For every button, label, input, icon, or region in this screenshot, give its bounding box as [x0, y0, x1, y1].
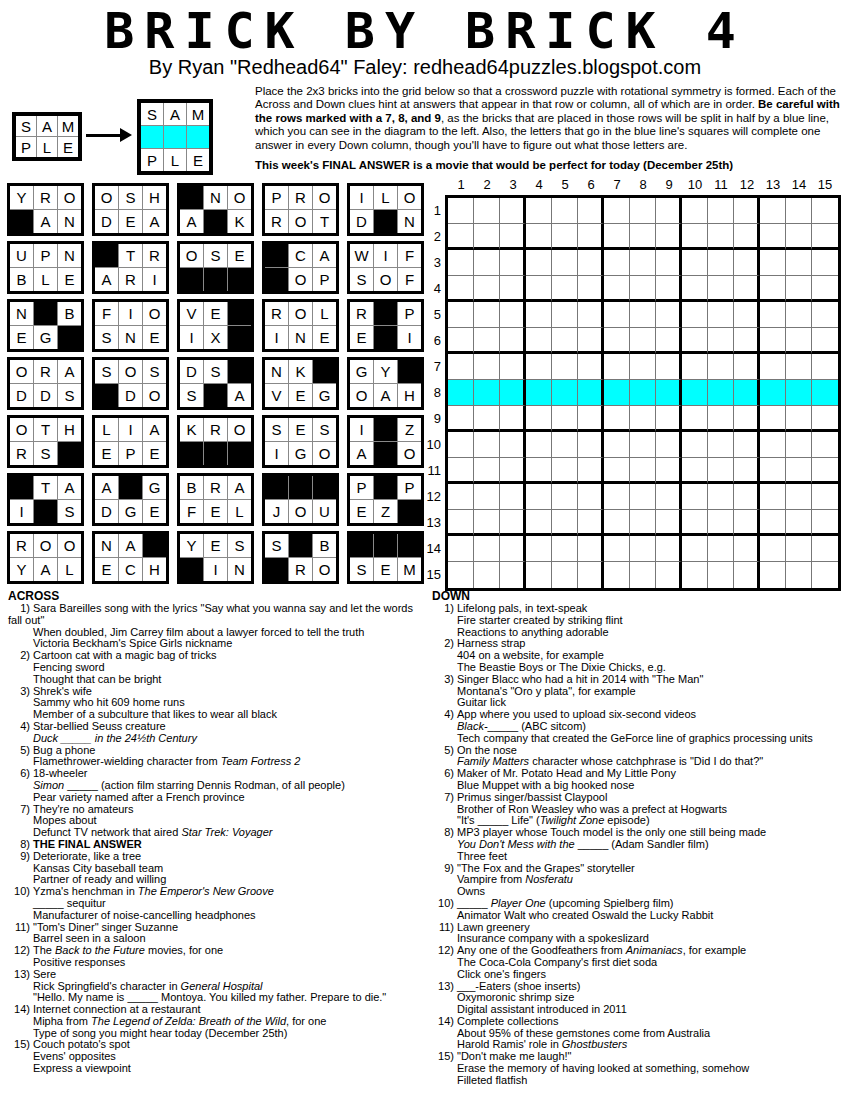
- clue-text: They're no amateurs: [33, 803, 134, 815]
- grid-cell[interactable]: [578, 432, 604, 458]
- grid-cell[interactable]: [578, 458, 604, 484]
- grid-cell[interactable]: [500, 328, 526, 354]
- brick[interactable]: RPEI: [347, 299, 424, 352]
- grid-cell[interactable]: [526, 458, 552, 484]
- clue-line: 9)Deteriorate, like a tree: [8, 851, 428, 863]
- grid-cell[interactable]: [630, 484, 656, 510]
- grid-cell[interactable]: [682, 536, 708, 562]
- grid-cell[interactable]: [552, 484, 578, 510]
- grid-cell[interactable]: [630, 432, 656, 458]
- grid-cell[interactable]: [552, 276, 578, 302]
- grid-cell[interactable]: [760, 458, 786, 484]
- grid-cell[interactable]: [552, 198, 578, 224]
- brick[interactable]: YESIN: [177, 531, 254, 584]
- grid-cell[interactable]: [708, 198, 734, 224]
- grid-cell[interactable]: [448, 432, 474, 458]
- brick-cell: I: [350, 186, 373, 209]
- clue-line: The Coca-Cola Company's first diet soda: [432, 957, 846, 969]
- grid-cell[interactable]: [552, 406, 578, 432]
- grid-cell[interactable]: [708, 406, 734, 432]
- grid-cell[interactable]: [552, 536, 578, 562]
- grid-cell[interactable]: [760, 484, 786, 510]
- grid-cell[interactable]: [474, 276, 500, 302]
- grid-cell[interactable]: [552, 380, 578, 406]
- grid-cell[interactable]: [526, 224, 552, 250]
- grid-cell[interactable]: [448, 302, 474, 328]
- brick-cell: [180, 442, 203, 465]
- grid-cell[interactable]: [656, 224, 682, 250]
- brick[interactable]: TAIS: [7, 473, 84, 526]
- grid-cell[interactable]: [760, 276, 786, 302]
- grid-cell[interactable]: [708, 250, 734, 276]
- grid-cell[interactable]: [656, 406, 682, 432]
- grid-cell[interactable]: [448, 406, 474, 432]
- grid-cell[interactable]: [786, 432, 812, 458]
- grid-cell[interactable]: [786, 302, 812, 328]
- grid-cell[interactable]: [656, 484, 682, 510]
- brick-cell: O: [289, 268, 312, 291]
- grid-column-label: 4: [526, 177, 552, 192]
- grid-cell[interactable]: [630, 406, 656, 432]
- grid-cell[interactable]: [526, 406, 552, 432]
- grid-cell[interactable]: [526, 562, 552, 588]
- grid-cell[interactable]: [500, 536, 526, 562]
- brick[interactable]: VEIX: [177, 299, 254, 352]
- grid-cell[interactable]: [812, 354, 838, 380]
- grid-cell[interactable]: [760, 536, 786, 562]
- grid-cell[interactable]: [500, 484, 526, 510]
- grid-cell[interactable]: [708, 302, 734, 328]
- grid-cell[interactable]: [812, 198, 838, 224]
- grid-cell[interactable]: [812, 380, 838, 406]
- grid-cell[interactable]: [578, 536, 604, 562]
- grid-cell[interactable]: [656, 250, 682, 276]
- grid-cell[interactable]: [682, 432, 708, 458]
- grid-cell[interactable]: [552, 302, 578, 328]
- clue-number: 6): [432, 768, 454, 780]
- grid-cell[interactable]: [604, 354, 630, 380]
- grid-cell[interactable]: [734, 328, 760, 354]
- grid-cell[interactable]: [630, 354, 656, 380]
- grid-cell[interactable]: [604, 484, 630, 510]
- grid-row-label: 5: [415, 302, 441, 328]
- grid-cell[interactable]: [682, 484, 708, 510]
- grid-cell[interactable]: [500, 458, 526, 484]
- grid-cell[interactable]: [604, 302, 630, 328]
- grid-cell[interactable]: [474, 328, 500, 354]
- grid-row-label: 3: [415, 250, 441, 276]
- grid-cell[interactable]: [604, 406, 630, 432]
- grid-cell[interactable]: [474, 250, 500, 276]
- grid-cell[interactable]: [526, 432, 552, 458]
- brick[interactable]: OTHRS: [7, 415, 84, 468]
- grid-cell[interactable]: [682, 510, 708, 536]
- grid-cell[interactable]: [734, 458, 760, 484]
- grid-cell[interactable]: [682, 250, 708, 276]
- grid-cell[interactable]: [552, 328, 578, 354]
- grid-cell[interactable]: [812, 562, 838, 588]
- grid-cell[interactable]: [552, 458, 578, 484]
- clue-number: 2): [432, 638, 454, 650]
- brick[interactable]: NAECH: [92, 531, 169, 584]
- grid-cell[interactable]: [708, 354, 734, 380]
- grid-cell[interactable]: [630, 328, 656, 354]
- grid-cell[interactable]: [656, 354, 682, 380]
- grid-cell[interactable]: [734, 510, 760, 536]
- grid-cell[interactable]: [526, 484, 552, 510]
- grid-cell[interactable]: [604, 536, 630, 562]
- clue-number: 5): [8, 745, 30, 757]
- grid-cell[interactable]: [474, 458, 500, 484]
- brick[interactable]: ROLINE: [262, 299, 339, 352]
- grid-cell[interactable]: [500, 354, 526, 380]
- grid-cell[interactable]: [786, 250, 812, 276]
- grid-cell[interactable]: [760, 432, 786, 458]
- grid-cell[interactable]: [448, 484, 474, 510]
- grid-cell[interactable]: [500, 562, 526, 588]
- grid-cell[interactable]: [474, 354, 500, 380]
- grid-cell[interactable]: [734, 302, 760, 328]
- grid-cell[interactable]: [500, 224, 526, 250]
- grid-cell[interactable]: [708, 432, 734, 458]
- grid-cell[interactable]: [786, 484, 812, 510]
- grid-cell[interactable]: [734, 536, 760, 562]
- grid-cell[interactable]: [578, 354, 604, 380]
- brick-cell: E: [119, 210, 142, 233]
- brick[interactable]: TRARI: [92, 241, 169, 294]
- grid-cell[interactable]: [656, 328, 682, 354]
- grid-cell[interactable]: [604, 458, 630, 484]
- grid-cell[interactable]: [682, 198, 708, 224]
- grid-cell[interactable]: [578, 224, 604, 250]
- grid-cell[interactable]: [630, 458, 656, 484]
- grid-cell[interactable]: [604, 250, 630, 276]
- grid-cell[interactable]: [708, 536, 734, 562]
- brick[interactable]: ILODN: [347, 183, 424, 236]
- grid-cell[interactable]: [474, 432, 500, 458]
- grid-cell[interactable]: [474, 380, 500, 406]
- grid-cell[interactable]: [552, 432, 578, 458]
- brick[interactable]: SEM: [347, 531, 424, 584]
- brick-cell: N: [289, 326, 312, 349]
- brick[interactable]: OSHDEA: [92, 183, 169, 236]
- grid-cell[interactable]: [448, 562, 474, 588]
- brick[interactable]: JOU: [262, 473, 339, 526]
- grid-cell[interactable]: [786, 328, 812, 354]
- grid-cell[interactable]: [526, 354, 552, 380]
- grid-cell[interactable]: [812, 302, 838, 328]
- grid-cell[interactable]: [734, 562, 760, 588]
- clue-text: Cartoon cat with a magic bag of tricks: [33, 649, 216, 661]
- grid-cell[interactable]: [708, 484, 734, 510]
- grid-cell[interactable]: [786, 380, 812, 406]
- grid-cell[interactable]: [786, 224, 812, 250]
- brick-cell: S: [34, 442, 57, 465]
- grid-cell[interactable]: [630, 302, 656, 328]
- grid-cell[interactable]: [448, 276, 474, 302]
- brick-cell: D: [350, 210, 373, 233]
- grid-cell[interactable]: [578, 406, 604, 432]
- grid-cell[interactable]: [656, 276, 682, 302]
- grid-cell[interactable]: [760, 198, 786, 224]
- grid-cell[interactable]: [552, 354, 578, 380]
- brick-cell: A: [58, 476, 81, 499]
- grid-row-label: 11: [415, 458, 441, 484]
- grid-cell[interactable]: [708, 458, 734, 484]
- grid-cell[interactable]: [812, 536, 838, 562]
- grid-cell[interactable]: [500, 276, 526, 302]
- grid-cell[interactable]: [526, 198, 552, 224]
- grid-cell[interactable]: [578, 562, 604, 588]
- grid-cell[interactable]: [448, 380, 474, 406]
- grid-cell[interactable]: [604, 328, 630, 354]
- grid-cell[interactable]: [630, 198, 656, 224]
- grid-cell[interactable]: [760, 302, 786, 328]
- brick-cell: D: [95, 500, 118, 523]
- grid-cell[interactable]: [630, 250, 656, 276]
- grid-cell[interactable]: [604, 562, 630, 588]
- grid-cell[interactable]: [656, 432, 682, 458]
- brick[interactable]: PROROT: [262, 183, 339, 236]
- grid-column-label: 8: [630, 177, 656, 192]
- grid-cell[interactable]: [578, 250, 604, 276]
- grid-cell[interactable]: [448, 328, 474, 354]
- grid-cell[interactable]: [500, 302, 526, 328]
- grid-cell[interactable]: [760, 250, 786, 276]
- grid-cell[interactable]: [708, 276, 734, 302]
- brick[interactable]: OSE: [177, 241, 254, 294]
- byline: By Ryan "Redhead64" Faley: redhead64puzz…: [0, 56, 850, 79]
- grid-cell[interactable]: [500, 406, 526, 432]
- grid-cell[interactable]: [812, 458, 838, 484]
- brick[interactable]: FIOSNE: [92, 299, 169, 352]
- brick[interactable]: KRO: [177, 415, 254, 468]
- grid-cell[interactable]: [812, 276, 838, 302]
- brick-cell: S: [350, 268, 373, 291]
- grid-cell[interactable]: [734, 406, 760, 432]
- grid-cell[interactable]: [656, 510, 682, 536]
- grid-cell[interactable]: [630, 562, 656, 588]
- grid-cell[interactable]: [526, 380, 552, 406]
- brick-cell: F: [95, 302, 118, 325]
- grid-cell[interactable]: [656, 562, 682, 588]
- grid-cell[interactable]: [708, 328, 734, 354]
- grid-cell[interactable]: [812, 328, 838, 354]
- grid-cell[interactable]: [682, 302, 708, 328]
- grid-cell[interactable]: [786, 406, 812, 432]
- grid-cell[interactable]: [448, 198, 474, 224]
- grid-cell[interactable]: [812, 224, 838, 250]
- grid-cell[interactable]: [734, 432, 760, 458]
- grid-cell[interactable]: [786, 458, 812, 484]
- grid-cell[interactable]: [604, 380, 630, 406]
- brick[interactable]: UPNBLE: [7, 241, 84, 294]
- grid-cell[interactable]: [630, 380, 656, 406]
- grid-cell[interactable]: [786, 510, 812, 536]
- grid-cell[interactable]: [526, 536, 552, 562]
- grid-cell[interactable]: [812, 250, 838, 276]
- grid-cell[interactable]: [448, 354, 474, 380]
- grid-cell[interactable]: [474, 536, 500, 562]
- grid-cell[interactable]: [578, 380, 604, 406]
- grid-cell[interactable]: [552, 562, 578, 588]
- brick[interactable]: AGDGE: [92, 473, 169, 526]
- brick[interactable]: SOSDO: [92, 357, 169, 410]
- grid-cell[interactable]: [682, 224, 708, 250]
- grid-cell[interactable]: [786, 354, 812, 380]
- grid-cell[interactable]: [578, 328, 604, 354]
- grid-cell[interactable]: [604, 224, 630, 250]
- grid-cell[interactable]: [760, 328, 786, 354]
- brick[interactable]: PPEZ: [347, 473, 424, 526]
- grid-cell[interactable]: [474, 198, 500, 224]
- grid-cell[interactable]: [812, 406, 838, 432]
- brick[interactable]: SBRO: [262, 531, 339, 584]
- grid-column-label: 10: [682, 177, 708, 192]
- grid-cell[interactable]: [604, 432, 630, 458]
- grid-cell[interactable]: [500, 510, 526, 536]
- grid-cell[interactable]: [526, 510, 552, 536]
- brick[interactable]: DSSA: [177, 357, 254, 410]
- grid-cell[interactable]: [630, 276, 656, 302]
- grid-cell[interactable]: [760, 562, 786, 588]
- grid-cell[interactable]: [708, 380, 734, 406]
- grid-cell[interactable]: [734, 276, 760, 302]
- brick[interactable]: SESIGO: [262, 415, 339, 468]
- clue-number: 12): [432, 945, 454, 957]
- grid-cell[interactable]: [734, 380, 760, 406]
- grid-cell[interactable]: [604, 510, 630, 536]
- brick[interactable]: NOAK: [177, 183, 254, 236]
- brick[interactable]: NKVEG: [262, 357, 339, 410]
- grid-cell[interactable]: [448, 250, 474, 276]
- grid-cell[interactable]: [734, 224, 760, 250]
- grid-cell[interactable]: [474, 510, 500, 536]
- grid-cell[interactable]: [682, 276, 708, 302]
- grid-cell[interactable]: [630, 536, 656, 562]
- grid-cell[interactable]: [760, 224, 786, 250]
- clue-line: Mipha from The Legend of Zelda: Breath o…: [8, 1016, 428, 1028]
- brick-cell: S: [95, 326, 118, 349]
- grid-cell[interactable]: [656, 458, 682, 484]
- grid-cell[interactable]: [474, 224, 500, 250]
- grid-cell[interactable]: [682, 380, 708, 406]
- grid-cell[interactable]: [760, 510, 786, 536]
- brick[interactable]: LIAEPE: [92, 415, 169, 468]
- grid-cell[interactable]: [656, 302, 682, 328]
- grid-cell[interactable]: [604, 198, 630, 224]
- grid-cell[interactable]: [786, 562, 812, 588]
- grid-cell[interactable]: [578, 198, 604, 224]
- brick-cell: B: [313, 534, 336, 557]
- grid-cell[interactable]: [708, 562, 734, 588]
- grid-cell[interactable]: [526, 302, 552, 328]
- grid-cell[interactable]: [682, 458, 708, 484]
- grid-cell[interactable]: [708, 510, 734, 536]
- grid-cell[interactable]: [500, 250, 526, 276]
- brick[interactable]: ORADDS: [7, 357, 84, 410]
- grid-cell[interactable]: [656, 380, 682, 406]
- brick-cell: B: [10, 268, 33, 291]
- grid-cell[interactable]: [682, 562, 708, 588]
- brick[interactable]: WIFSOF: [347, 241, 424, 294]
- clue-text: App where you used to upload six-second …: [457, 708, 696, 720]
- brick-cell: V: [265, 384, 288, 407]
- grid-cell[interactable]: [474, 562, 500, 588]
- grid-cell[interactable]: [760, 380, 786, 406]
- brick-cell: [95, 244, 118, 267]
- brick-cell: [228, 268, 251, 291]
- brick-cell: O: [228, 186, 251, 209]
- grid-cell[interactable]: [682, 406, 708, 432]
- grid-cell[interactable]: [656, 198, 682, 224]
- brick-cell: T: [313, 210, 336, 233]
- grid-cell[interactable]: [474, 406, 500, 432]
- grid-cell[interactable]: [812, 484, 838, 510]
- brick-cell: S: [204, 244, 227, 267]
- grid-cell[interactable]: [734, 354, 760, 380]
- grid-cell[interactable]: [448, 458, 474, 484]
- brick[interactable]: BRAFEL: [177, 473, 254, 526]
- brick-cell: Y: [374, 360, 397, 383]
- grid-cell[interactable]: [734, 484, 760, 510]
- grid-cell[interactable]: [734, 198, 760, 224]
- brick-cell: G: [350, 360, 373, 383]
- brick[interactable]: ROOYAL: [7, 531, 84, 584]
- brick[interactable]: YROAN: [7, 183, 84, 236]
- grid-cell[interactable]: [448, 536, 474, 562]
- grid-cell[interactable]: [604, 276, 630, 302]
- grid-cell[interactable]: [474, 484, 500, 510]
- grid-cell[interactable]: [578, 276, 604, 302]
- grid-cell[interactable]: [500, 380, 526, 406]
- grid-cell[interactable]: [812, 432, 838, 458]
- grid-cell[interactable]: [786, 276, 812, 302]
- grid-cell[interactable]: [526, 276, 552, 302]
- grid-cell[interactable]: [734, 250, 760, 276]
- grid-cell[interactable]: [786, 198, 812, 224]
- grid-cell[interactable]: [526, 250, 552, 276]
- grid-cell[interactable]: [448, 224, 474, 250]
- grid-cell[interactable]: [760, 406, 786, 432]
- grid-cell[interactable]: [656, 536, 682, 562]
- grid-cell[interactable]: [682, 328, 708, 354]
- grid-cell[interactable]: [708, 224, 734, 250]
- grid-cell[interactable]: [812, 510, 838, 536]
- grid-cell[interactable]: [526, 328, 552, 354]
- grid-cell[interactable]: [760, 354, 786, 380]
- grid-cell[interactable]: [500, 198, 526, 224]
- grid-cell[interactable]: [474, 302, 500, 328]
- grid-cell[interactable]: [630, 510, 656, 536]
- grid-cell[interactable]: [682, 354, 708, 380]
- grid-cell[interactable]: [578, 484, 604, 510]
- brick[interactable]: GYOAH: [347, 357, 424, 410]
- grid-cell[interactable]: [578, 510, 604, 536]
- brick[interactable]: IZAO: [347, 415, 424, 468]
- brick[interactable]: CAOP: [262, 241, 339, 294]
- grid-cell[interactable]: [500, 432, 526, 458]
- grid-cell[interactable]: [448, 510, 474, 536]
- grid-cell[interactable]: [786, 536, 812, 562]
- brick[interactable]: NBEG: [7, 299, 84, 352]
- grid-cell[interactable]: [552, 250, 578, 276]
- grid-cell[interactable]: [552, 224, 578, 250]
- grid-cell[interactable]: [630, 224, 656, 250]
- brick-cell: [374, 210, 397, 233]
- grid-cell[interactable]: [578, 302, 604, 328]
- grid-cell[interactable]: [552, 510, 578, 536]
